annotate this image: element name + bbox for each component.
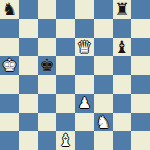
square-h1[interactable] [131, 131, 150, 150]
square-e1[interactable] [75, 131, 94, 150]
white-bishop-piece[interactable]: ♝ [58, 131, 73, 150]
square-g5[interactable] [113, 56, 132, 75]
square-d5[interactable] [56, 56, 75, 75]
square-h6[interactable] [131, 38, 150, 57]
square-b4[interactable] [19, 75, 38, 94]
square-a7[interactable] [0, 19, 19, 38]
white-knight-piece[interactable]: ♞ [96, 113, 111, 132]
square-g3[interactable] [113, 94, 132, 113]
square-f1[interactable] [94, 131, 113, 150]
square-e7[interactable] [75, 19, 94, 38]
square-d2[interactable] [56, 113, 75, 132]
square-e5[interactable] [75, 56, 94, 75]
square-h7[interactable] [131, 19, 150, 38]
square-g4[interactable] [113, 75, 132, 94]
square-c2[interactable] [38, 113, 57, 132]
square-b2[interactable] [19, 113, 38, 132]
square-f2[interactable]: ♞ [94, 113, 113, 132]
square-b7[interactable] [19, 19, 38, 38]
square-h8[interactable] [131, 0, 150, 19]
square-g6[interactable]: ♝ [113, 38, 132, 57]
square-e3[interactable]: ♟ [75, 94, 94, 113]
square-f5[interactable] [94, 56, 113, 75]
square-a3[interactable] [0, 94, 19, 113]
square-h4[interactable] [131, 75, 150, 94]
chess-board: ♞♜♛♝♚♚♟♞♝ [0, 0, 150, 150]
square-f4[interactable] [94, 75, 113, 94]
square-e8[interactable] [75, 0, 94, 19]
square-d8[interactable] [56, 0, 75, 19]
square-c4[interactable] [38, 75, 57, 94]
black-king-piece[interactable]: ♚ [39, 56, 54, 75]
square-a5[interactable]: ♚ [0, 56, 19, 75]
square-h3[interactable] [131, 94, 150, 113]
square-d1[interactable]: ♝ [56, 131, 75, 150]
square-f3[interactable] [94, 94, 113, 113]
square-c6[interactable] [38, 38, 57, 57]
square-d7[interactable] [56, 19, 75, 38]
white-pawn-piece[interactable]: ♟ [78, 94, 91, 113]
square-g2[interactable] [113, 113, 132, 132]
square-g1[interactable] [113, 131, 132, 150]
square-b8[interactable] [19, 0, 38, 19]
square-c1[interactable] [38, 131, 57, 150]
square-b3[interactable] [19, 94, 38, 113]
square-d6[interactable] [56, 38, 75, 57]
square-a8[interactable]: ♞ [0, 0, 19, 19]
square-e2[interactable] [75, 113, 94, 132]
square-c7[interactable] [38, 19, 57, 38]
square-d4[interactable] [56, 75, 75, 94]
square-h5[interactable] [131, 56, 150, 75]
black-bishop-piece[interactable]: ♝ [114, 38, 129, 57]
square-f6[interactable] [94, 38, 113, 57]
square-h2[interactable] [131, 113, 150, 132]
square-a6[interactable] [0, 38, 19, 57]
square-a2[interactable] [0, 113, 19, 132]
square-g7[interactable] [113, 19, 132, 38]
square-c8[interactable] [38, 0, 57, 19]
white-king-piece[interactable]: ♚ [2, 56, 17, 75]
square-b5[interactable] [19, 56, 38, 75]
square-f8[interactable] [94, 0, 113, 19]
square-d3[interactable] [56, 94, 75, 113]
square-a1[interactable] [0, 131, 19, 150]
white-queen-piece[interactable]: ♛ [77, 38, 92, 57]
black-knight-piece[interactable]: ♞ [2, 0, 17, 19]
square-b1[interactable] [19, 131, 38, 150]
square-f7[interactable] [94, 19, 113, 38]
square-c5[interactable]: ♚ [38, 56, 57, 75]
square-g8[interactable]: ♜ [113, 0, 132, 19]
square-e6[interactable]: ♛ [75, 38, 94, 57]
square-c3[interactable] [38, 94, 57, 113]
square-e4[interactable] [75, 75, 94, 94]
square-a4[interactable] [0, 75, 19, 94]
square-b6[interactable] [19, 38, 38, 57]
black-rook-piece[interactable]: ♜ [114, 0, 129, 19]
